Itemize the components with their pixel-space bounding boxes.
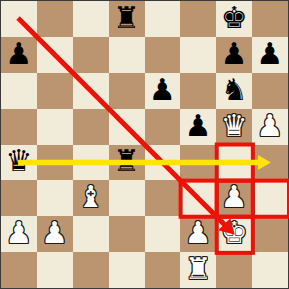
white-pawn[interactable]: ♟ — [221, 182, 248, 212]
square-b2[interactable]: ♟ — [37, 216, 73, 252]
square-b7[interactable] — [37, 37, 73, 73]
square-g2[interactable]: ♚ — [216, 216, 252, 252]
square-e5[interactable] — [145, 109, 181, 145]
square-c3[interactable]: ♝ — [73, 180, 109, 216]
square-d5[interactable] — [109, 109, 145, 145]
square-f2[interactable]: ♟ — [180, 216, 216, 252]
black-rook[interactable]: ♜ — [113, 146, 140, 176]
square-f1[interactable]: ♜ — [180, 252, 216, 288]
square-c2[interactable] — [73, 216, 109, 252]
square-f7[interactable] — [180, 37, 216, 73]
square-d2[interactable] — [109, 216, 145, 252]
square-b4[interactable] — [37, 145, 73, 181]
square-a8[interactable] — [1, 1, 37, 37]
square-g6[interactable]: ♞ — [216, 73, 252, 109]
square-b8[interactable] — [37, 1, 73, 37]
square-e3[interactable] — [145, 180, 181, 216]
square-e7[interactable] — [145, 37, 181, 73]
white-pawn[interactable]: ♟ — [41, 218, 68, 248]
square-f3[interactable] — [180, 180, 216, 216]
square-f6[interactable] — [180, 73, 216, 109]
square-g1[interactable] — [216, 252, 252, 288]
square-d3[interactable] — [109, 180, 145, 216]
black-knight[interactable]: ♞ — [221, 75, 248, 105]
white-bishop[interactable]: ♝ — [77, 182, 104, 212]
square-f5[interactable]: ♟ — [180, 109, 216, 145]
square-e4[interactable] — [145, 145, 181, 181]
white-pawn[interactable]: ♟ — [5, 218, 32, 248]
square-f8[interactable] — [180, 1, 216, 37]
square-a3[interactable] — [1, 180, 37, 216]
square-h4[interactable] — [252, 145, 288, 181]
square-h2[interactable] — [252, 216, 288, 252]
white-king[interactable]: ♚ — [221, 218, 248, 248]
black-pawn[interactable]: ♟ — [149, 75, 176, 105]
square-h7[interactable]: ♟ — [252, 37, 288, 73]
square-g5[interactable]: ♛ — [216, 109, 252, 145]
square-h8[interactable] — [252, 1, 288, 37]
black-king[interactable]: ♚ — [221, 3, 248, 33]
square-b5[interactable] — [37, 109, 73, 145]
board-squares: ♜♚♟♟♟♟♞♟♛♟♛♜♝♟♟♟♟♚♜ — [0, 0, 289, 289]
black-pawn[interactable]: ♟ — [5, 39, 32, 69]
square-b1[interactable] — [37, 252, 73, 288]
square-g7[interactable]: ♟ — [216, 37, 252, 73]
square-a5[interactable] — [1, 109, 37, 145]
square-e2[interactable] — [145, 216, 181, 252]
square-d4[interactable]: ♜ — [109, 145, 145, 181]
square-c4[interactable] — [73, 145, 109, 181]
square-a4[interactable]: ♛ — [1, 145, 37, 181]
square-c8[interactable] — [73, 1, 109, 37]
square-h1[interactable] — [252, 252, 288, 288]
square-h6[interactable] — [252, 73, 288, 109]
square-a6[interactable] — [1, 73, 37, 109]
black-queen[interactable]: ♛ — [5, 146, 32, 176]
square-d1[interactable] — [109, 252, 145, 288]
white-queen[interactable]: ♛ — [221, 111, 248, 141]
white-rook[interactable]: ♜ — [185, 254, 212, 284]
square-g4[interactable] — [216, 145, 252, 181]
white-pawn[interactable]: ♟ — [185, 218, 212, 248]
white-pawn[interactable]: ♟ — [257, 111, 284, 141]
square-a2[interactable]: ♟ — [1, 216, 37, 252]
square-g8[interactable]: ♚ — [216, 1, 252, 37]
chess-board: ♜♚♟♟♟♟♞♟♛♟♛♜♝♟♟♟♟♚♜ — [0, 0, 289, 289]
black-rook[interactable]: ♜ — [113, 3, 140, 33]
square-h5[interactable]: ♟ — [252, 109, 288, 145]
square-f4[interactable] — [180, 145, 216, 181]
black-pawn[interactable]: ♟ — [257, 39, 284, 69]
square-c1[interactable] — [73, 252, 109, 288]
square-e6[interactable]: ♟ — [145, 73, 181, 109]
square-a1[interactable] — [1, 252, 37, 288]
square-b3[interactable] — [37, 180, 73, 216]
square-c5[interactable] — [73, 109, 109, 145]
square-a7[interactable]: ♟ — [1, 37, 37, 73]
square-e8[interactable] — [145, 1, 181, 37]
square-d7[interactable] — [109, 37, 145, 73]
square-c7[interactable] — [73, 37, 109, 73]
square-g3[interactable]: ♟ — [216, 180, 252, 216]
black-pawn[interactable]: ♟ — [221, 39, 248, 69]
square-b6[interactable] — [37, 73, 73, 109]
square-e1[interactable] — [145, 252, 181, 288]
square-c6[interactable] — [73, 73, 109, 109]
square-h3[interactable] — [252, 180, 288, 216]
square-d8[interactable]: ♜ — [109, 1, 145, 37]
black-pawn[interactable]: ♟ — [185, 111, 212, 141]
square-d6[interactable] — [109, 73, 145, 109]
